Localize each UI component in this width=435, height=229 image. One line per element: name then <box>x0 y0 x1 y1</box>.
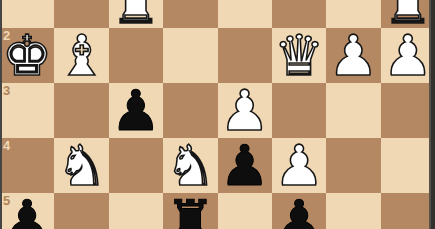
square-e1[interactable] <box>163 0 217 28</box>
square-c2[interactable]: ♛ <box>272 28 326 83</box>
square-g4[interactable]: ♞ <box>54 138 108 193</box>
square-a4[interactable] <box>381 138 435 193</box>
white-bishop-piece[interactable]: ♝ <box>54 28 108 83</box>
black-pawn-piece[interactable]: ♟ <box>109 83 163 138</box>
square-b3[interactable] <box>326 83 380 138</box>
square-d3[interactable]: ♟ <box>218 83 272 138</box>
square-b4[interactable] <box>326 138 380 193</box>
rank-label-3: 3 <box>3 83 10 99</box>
square-h3[interactable]: 3 <box>0 83 54 138</box>
rank-label-4: 4 <box>3 138 10 154</box>
square-e5[interactable]: ♜ <box>163 193 217 229</box>
square-e2[interactable] <box>163 28 217 83</box>
white-pawn-piece[interactable]: ♟ <box>381 28 435 83</box>
white-knight-piece[interactable]: ♞ <box>163 138 217 193</box>
square-a3[interactable] <box>381 83 435 138</box>
square-d1[interactable] <box>218 0 272 28</box>
square-a5[interactable] <box>381 193 435 229</box>
square-d4[interactable]: ♟ <box>218 138 272 193</box>
white-pawn-piece[interactable]: ♟ <box>218 83 272 138</box>
white-queen-piece[interactable]: ♛ <box>272 28 326 83</box>
board-viewport: ♜♜2♚♝♛♟♟3♟♟4♞♞♟♟5♟♜♟ <box>0 0 435 229</box>
square-c4[interactable]: ♟ <box>272 138 326 193</box>
square-f3[interactable]: ♟ <box>109 83 163 138</box>
black-pawn-piece[interactable]: ♟ <box>272 193 326 229</box>
black-rook-piece[interactable]: ♜ <box>163 193 217 229</box>
square-h5[interactable]: 5♟ <box>0 193 54 229</box>
square-d2[interactable] <box>218 28 272 83</box>
square-b2[interactable]: ♟ <box>326 28 380 83</box>
black-pawn-piece[interactable]: ♟ <box>218 138 272 193</box>
square-d5[interactable] <box>218 193 272 229</box>
black-pawn-piece[interactable]: ♟ <box>0 193 54 229</box>
board-left-border <box>0 0 2 229</box>
white-knight-piece[interactable]: ♞ <box>54 138 108 193</box>
white-pawn-piece[interactable]: ♟ <box>272 138 326 193</box>
square-g2[interactable]: ♝ <box>54 28 108 83</box>
square-h2[interactable]: 2♚ <box>0 28 54 83</box>
square-g3[interactable] <box>54 83 108 138</box>
board-right-border <box>429 0 435 229</box>
square-f5[interactable] <box>109 193 163 229</box>
square-c3[interactable] <box>272 83 326 138</box>
square-c5[interactable]: ♟ <box>272 193 326 229</box>
chess-board: ♜♜2♚♝♛♟♟3♟♟4♞♞♟♟5♟♜♟ <box>0 0 435 229</box>
white-pawn-piece[interactable]: ♟ <box>326 28 380 83</box>
white-rook-piece[interactable]: ♜ <box>109 0 163 31</box>
square-h4[interactable]: 4 <box>0 138 54 193</box>
white-king-piece[interactable]: ♚ <box>0 28 54 83</box>
square-f4[interactable] <box>109 138 163 193</box>
square-a2[interactable]: ♟ <box>381 28 435 83</box>
square-e3[interactable] <box>163 83 217 138</box>
square-b5[interactable] <box>326 193 380 229</box>
square-e4[interactable]: ♞ <box>163 138 217 193</box>
square-f1[interactable]: ♜ <box>109 0 163 28</box>
square-f2[interactable] <box>109 28 163 83</box>
square-g5[interactable] <box>54 193 108 229</box>
